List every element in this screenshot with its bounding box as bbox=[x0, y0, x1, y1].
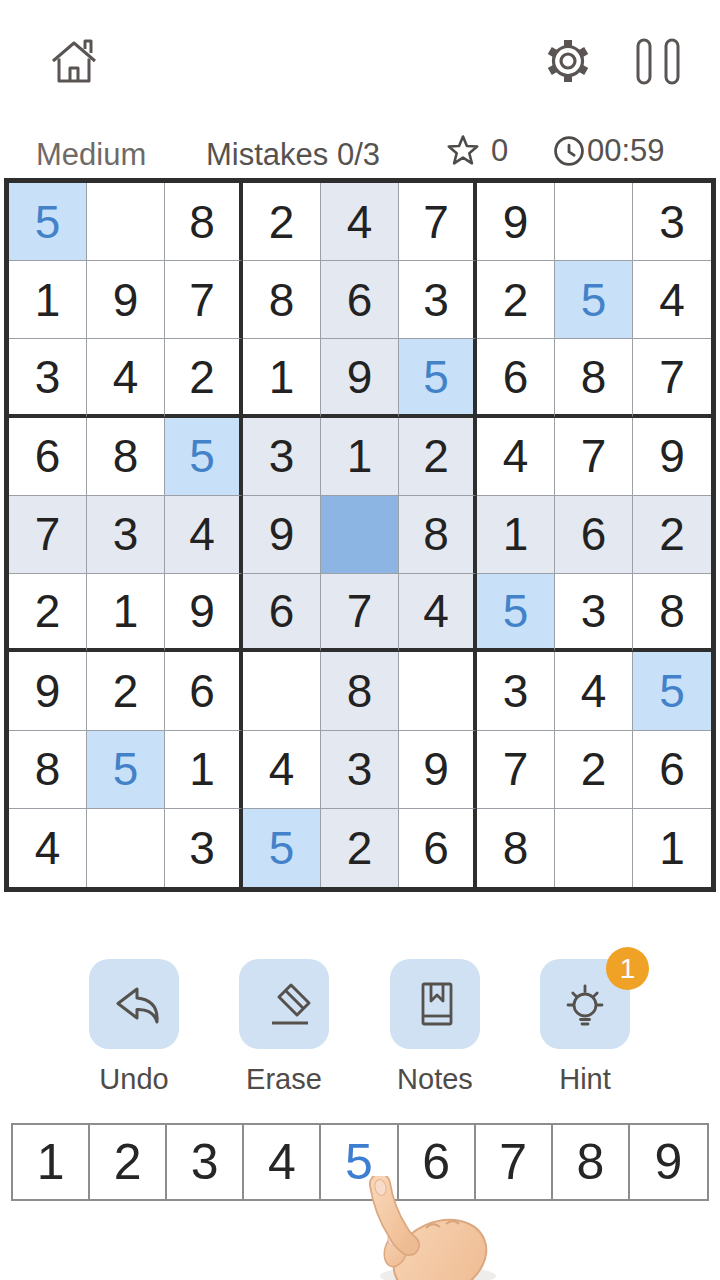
cell-r7c2[interactable]: 2 bbox=[87, 652, 165, 730]
clock-icon bbox=[553, 135, 585, 167]
cell-r2c9[interactable]: 4 bbox=[633, 261, 711, 339]
cell-r9c6[interactable]: 6 bbox=[399, 809, 477, 887]
cell-r4c3[interactable]: 5 bbox=[165, 418, 243, 496]
cell-r9c7[interactable]: 8 bbox=[477, 809, 555, 887]
cell-r7c1[interactable]: 9 bbox=[9, 652, 87, 730]
cell-r8c3[interactable]: 1 bbox=[165, 731, 243, 809]
cell-r4c5[interactable]: 1 bbox=[321, 418, 399, 496]
erase-label: Erase bbox=[239, 1063, 329, 1096]
cell-r5c7[interactable]: 1 bbox=[477, 496, 555, 574]
eraser-icon bbox=[256, 978, 312, 1030]
cell-r5c3[interactable]: 4 bbox=[165, 496, 243, 574]
time-value: 00:59 bbox=[587, 133, 665, 169]
cell-r6c2[interactable]: 1 bbox=[87, 574, 165, 652]
cell-r8c6[interactable]: 9 bbox=[399, 731, 477, 809]
cell-r1c6[interactable]: 7 bbox=[399, 183, 477, 261]
cell-r4c1[interactable]: 6 bbox=[9, 418, 87, 496]
numpad-key-7[interactable]: 7 bbox=[476, 1125, 553, 1199]
cell-r9c2[interactable] bbox=[87, 809, 165, 887]
numpad-key-6[interactable]: 6 bbox=[399, 1125, 476, 1199]
cell-r8c4[interactable]: 4 bbox=[243, 731, 321, 809]
hint-badge: 1 bbox=[606, 947, 649, 990]
cell-r6c4[interactable]: 6 bbox=[243, 574, 321, 652]
cell-r4c4[interactable]: 3 bbox=[243, 418, 321, 496]
erase-button-face[interactable] bbox=[239, 959, 329, 1049]
timer: 00:59 bbox=[553, 133, 665, 169]
erase-button[interactable]: Erase bbox=[239, 959, 329, 1096]
cell-r6c9[interactable]: 8 bbox=[633, 574, 711, 652]
star-score: 0 bbox=[447, 133, 508, 169]
cell-r1c9[interactable]: 3 bbox=[633, 183, 711, 261]
cell-r3c8[interactable]: 8 bbox=[555, 339, 633, 417]
numpad-key-5[interactable]: 5 bbox=[321, 1125, 398, 1199]
star-count: 0 bbox=[491, 133, 508, 169]
cell-r1c3[interactable]: 8 bbox=[165, 183, 243, 261]
star-icon bbox=[447, 135, 479, 167]
mistakes-label: Mistakes bbox=[206, 137, 328, 172]
cell-r5c1[interactable]: 7 bbox=[9, 496, 87, 574]
cell-r5c2[interactable]: 3 bbox=[87, 496, 165, 574]
cell-r4c2[interactable]: 8 bbox=[87, 418, 165, 496]
cell-r3c4[interactable]: 1 bbox=[243, 339, 321, 417]
notes-button-face[interactable] bbox=[390, 959, 480, 1049]
cell-r6c6[interactable]: 4 bbox=[399, 574, 477, 652]
cell-r1c8[interactable] bbox=[555, 183, 633, 261]
gear-icon[interactable] bbox=[544, 37, 592, 85]
cell-r7c5[interactable]: 8 bbox=[321, 652, 399, 730]
cell-r3c3[interactable]: 2 bbox=[165, 339, 243, 417]
cell-r4c7[interactable]: 4 bbox=[477, 418, 555, 496]
cell-r1c2[interactable] bbox=[87, 183, 165, 261]
cell-r6c7[interactable]: 5 bbox=[477, 574, 555, 652]
notes-button[interactable]: Notes bbox=[390, 959, 480, 1096]
numpad-key-8[interactable]: 8 bbox=[553, 1125, 630, 1199]
cell-r1c7[interactable]: 9 bbox=[477, 183, 555, 261]
cell-r5c6[interactable]: 8 bbox=[399, 496, 477, 574]
cell-r8c5[interactable]: 3 bbox=[321, 731, 399, 809]
notes-label: Notes bbox=[390, 1063, 480, 1096]
cell-r4c9[interactable]: 9 bbox=[633, 418, 711, 496]
cell-r5c5[interactable] bbox=[321, 496, 399, 574]
cell-r8c2[interactable]: 5 bbox=[87, 731, 165, 809]
cell-r9c1[interactable]: 4 bbox=[9, 809, 87, 887]
status-bar: Medium Mistakes 0/3 0 00:59 bbox=[0, 133, 720, 175]
cell-r6c5[interactable]: 7 bbox=[321, 574, 399, 652]
cell-r2c6[interactable]: 3 bbox=[399, 261, 477, 339]
cell-r5c9[interactable]: 2 bbox=[633, 496, 711, 574]
cell-r5c4[interactable]: 9 bbox=[243, 496, 321, 574]
cell-r4c8[interactable]: 7 bbox=[555, 418, 633, 496]
cell-r9c8[interactable] bbox=[555, 809, 633, 887]
cell-r7c4[interactable] bbox=[243, 652, 321, 730]
pause-icon[interactable] bbox=[634, 38, 684, 86]
cell-r8c7[interactable]: 7 bbox=[477, 731, 555, 809]
undo-button-face[interactable] bbox=[89, 959, 179, 1049]
notes-book-icon bbox=[409, 978, 461, 1030]
sudoku-app: Medium Mistakes 0/3 0 00:59 582479319786… bbox=[0, 0, 720, 1280]
numpad-key-9[interactable]: 9 bbox=[630, 1125, 707, 1199]
cell-r3c2[interactable]: 4 bbox=[87, 339, 165, 417]
cell-r7c8[interactable]: 4 bbox=[555, 652, 633, 730]
numpad-key-4[interactable]: 4 bbox=[244, 1125, 321, 1199]
cell-r1c4[interactable]: 2 bbox=[243, 183, 321, 261]
cell-r9c9[interactable]: 1 bbox=[633, 809, 711, 887]
difficulty-label: Medium bbox=[36, 137, 146, 173]
cell-r5c8[interactable]: 6 bbox=[555, 496, 633, 574]
home-icon[interactable] bbox=[48, 34, 100, 86]
cell-r2c3[interactable]: 7 bbox=[165, 261, 243, 339]
cell-r1c1[interactable]: 5 bbox=[9, 183, 87, 261]
undo-arrow-icon bbox=[108, 978, 160, 1030]
cell-r7c9[interactable]: 5 bbox=[633, 652, 711, 730]
cell-r2c4[interactable]: 8 bbox=[243, 261, 321, 339]
sudoku-grid: 5824793197863254342195687685312479734981… bbox=[4, 178, 716, 892]
numpad-key-2[interactable]: 2 bbox=[90, 1125, 167, 1199]
cell-r3c6[interactable]: 5 bbox=[399, 339, 477, 417]
cell-r2c8[interactable]: 5 bbox=[555, 261, 633, 339]
cell-r2c5[interactable]: 6 bbox=[321, 261, 399, 339]
cell-r2c7[interactable]: 2 bbox=[477, 261, 555, 339]
numpad-key-1[interactable]: 1 bbox=[13, 1125, 90, 1199]
undo-button[interactable]: Undo bbox=[89, 959, 179, 1096]
cell-r7c6[interactable] bbox=[399, 652, 477, 730]
cell-r7c3[interactable]: 6 bbox=[165, 652, 243, 730]
mistakes-counter: Mistakes 0/3 bbox=[206, 137, 380, 173]
cell-r6c3[interactable]: 9 bbox=[165, 574, 243, 652]
cell-r9c3[interactable]: 3 bbox=[165, 809, 243, 887]
numpad-key-3[interactable]: 3 bbox=[167, 1125, 244, 1199]
cell-r8c8[interactable]: 2 bbox=[555, 731, 633, 809]
mistakes-value: 0/3 bbox=[337, 137, 380, 172]
undo-label: Undo bbox=[89, 1063, 179, 1096]
hint-label: Hint bbox=[540, 1063, 630, 1096]
cell-r9c4[interactable]: 5 bbox=[243, 809, 321, 887]
cell-r4c6[interactable]: 2 bbox=[399, 418, 477, 496]
cell-r1c5[interactable]: 4 bbox=[321, 183, 399, 261]
cell-r3c9[interactable]: 7 bbox=[633, 339, 711, 417]
cell-r9c5[interactable]: 2 bbox=[321, 809, 399, 887]
numpad: 123456789 bbox=[11, 1123, 709, 1201]
cell-r2c1[interactable]: 1 bbox=[9, 261, 87, 339]
cell-r6c1[interactable]: 2 bbox=[9, 574, 87, 652]
cell-r8c1[interactable]: 8 bbox=[9, 731, 87, 809]
hint-button-face[interactable]: 1 bbox=[540, 959, 630, 1049]
cell-r3c7[interactable]: 6 bbox=[477, 339, 555, 417]
lightbulb-icon bbox=[559, 978, 611, 1030]
cell-r3c1[interactable]: 3 bbox=[9, 339, 87, 417]
cell-r2c2[interactable]: 9 bbox=[87, 261, 165, 339]
cell-r7c7[interactable]: 3 bbox=[477, 652, 555, 730]
cell-r6c8[interactable]: 3 bbox=[555, 574, 633, 652]
cell-r3c5[interactable]: 9 bbox=[321, 339, 399, 417]
hint-button[interactable]: 1 Hint bbox=[540, 959, 630, 1096]
cell-r8c9[interactable]: 6 bbox=[633, 731, 711, 809]
